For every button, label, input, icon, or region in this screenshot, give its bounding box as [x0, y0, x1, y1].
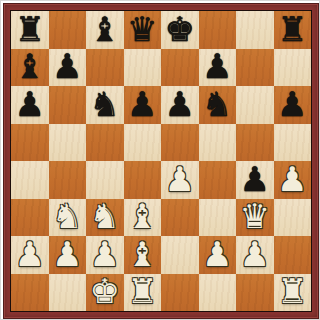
square-c6[interactable]: ♞: [86, 86, 124, 124]
square-d6[interactable]: ♟: [124, 86, 162, 124]
white-pawn-h4: ♟: [277, 162, 307, 196]
chess-diagram-image: ♜♝♛♚♜♝♟♟♟♞♟♟♞♟♟♟♟♞♞♝♛♟♟♟♝♟♟♚♜♜: [0, 0, 320, 320]
square-b1[interactable]: [49, 274, 87, 312]
square-f5[interactable]: [199, 124, 237, 162]
square-d5[interactable]: [124, 124, 162, 162]
square-d2[interactable]: ♝: [124, 236, 162, 274]
square-e2[interactable]: [161, 236, 199, 274]
square-g6[interactable]: [236, 86, 274, 124]
square-e8[interactable]: ♚: [161, 11, 199, 49]
white-pawn-b2: ♟: [52, 237, 82, 271]
square-b3[interactable]: ♞: [49, 199, 87, 237]
white-king-c1: ♚: [90, 274, 120, 308]
white-pawn-e4: ♟: [165, 162, 195, 196]
white-pawn-a2: ♟: [15, 237, 45, 271]
white-rook-d1: ♜: [127, 274, 157, 308]
square-c4[interactable]: [86, 161, 124, 199]
square-b5[interactable]: [49, 124, 87, 162]
square-e6[interactable]: ♟: [161, 86, 199, 124]
square-d7[interactable]: [124, 49, 162, 87]
square-b4[interactable]: [49, 161, 87, 199]
square-h6[interactable]: ♟: [274, 86, 312, 124]
square-b2[interactable]: ♟: [49, 236, 87, 274]
black-rook-a8: ♜: [15, 12, 45, 46]
white-queen-g3: ♛: [240, 199, 270, 233]
square-f3[interactable]: [199, 199, 237, 237]
square-c1[interactable]: ♚: [86, 274, 124, 312]
black-queen-d8: ♛: [127, 12, 157, 46]
black-bishop-c8: ♝: [90, 12, 120, 46]
black-king-e8: ♚: [165, 12, 195, 46]
black-pawn-h6: ♟: [277, 87, 307, 121]
square-f8[interactable]: [199, 11, 237, 49]
square-b7[interactable]: ♟: [49, 49, 87, 87]
square-e1[interactable]: [161, 274, 199, 312]
white-pawn-f2: ♟: [202, 237, 232, 271]
square-f7[interactable]: ♟: [199, 49, 237, 87]
black-pawn-d6: ♟: [127, 87, 157, 121]
square-h2[interactable]: [274, 236, 312, 274]
square-g5[interactable]: [236, 124, 274, 162]
square-h3[interactable]: [274, 199, 312, 237]
square-b6[interactable]: [49, 86, 87, 124]
square-h4[interactable]: ♟: [274, 161, 312, 199]
square-c3[interactable]: ♞: [86, 199, 124, 237]
square-a6[interactable]: ♟: [11, 86, 49, 124]
square-a2[interactable]: ♟: [11, 236, 49, 274]
square-h5[interactable]: [274, 124, 312, 162]
square-c5[interactable]: [86, 124, 124, 162]
square-c2[interactable]: ♟: [86, 236, 124, 274]
square-g7[interactable]: [236, 49, 274, 87]
square-a5[interactable]: [11, 124, 49, 162]
black-pawn-f7: ♟: [202, 49, 232, 83]
square-g2[interactable]: ♟: [236, 236, 274, 274]
white-pawn-g2: ♟: [240, 237, 270, 271]
square-f2[interactable]: ♟: [199, 236, 237, 274]
black-pawn-a6: ♟: [15, 87, 45, 121]
square-g1[interactable]: [236, 274, 274, 312]
black-knight-c6: ♞: [90, 87, 120, 121]
square-a8[interactable]: ♜: [11, 11, 49, 49]
square-f1[interactable]: [199, 274, 237, 312]
black-pawn-e6: ♟: [165, 87, 195, 121]
black-bishop-a7: ♝: [15, 49, 45, 83]
square-d1[interactable]: ♜: [124, 274, 162, 312]
square-a4[interactable]: [11, 161, 49, 199]
square-h7[interactable]: [274, 49, 312, 87]
white-bishop-d3: ♝: [127, 199, 157, 233]
black-rook-h8: ♜: [277, 12, 307, 46]
white-pawn-c2: ♟: [90, 237, 120, 271]
square-b8[interactable]: [49, 11, 87, 49]
square-a3[interactable]: [11, 199, 49, 237]
white-bishop-d2: ♝: [127, 237, 157, 271]
black-knight-f6: ♞: [202, 87, 232, 121]
square-a1[interactable]: [11, 274, 49, 312]
black-pawn-g4: ♟: [240, 162, 270, 196]
square-c8[interactable]: ♝: [86, 11, 124, 49]
square-f4[interactable]: [199, 161, 237, 199]
square-e7[interactable]: [161, 49, 199, 87]
square-f6[interactable]: ♞: [199, 86, 237, 124]
white-knight-b3: ♞: [52, 199, 82, 233]
square-g8[interactable]: [236, 11, 274, 49]
square-d8[interactable]: ♛: [124, 11, 162, 49]
square-e3[interactable]: [161, 199, 199, 237]
white-knight-c3: ♞: [90, 199, 120, 233]
black-pawn-b7: ♟: [52, 49, 82, 83]
square-c7[interactable]: [86, 49, 124, 87]
square-g4[interactable]: ♟: [236, 161, 274, 199]
square-h8[interactable]: ♜: [274, 11, 312, 49]
square-a7[interactable]: ♝: [11, 49, 49, 87]
square-h1[interactable]: ♜: [274, 274, 312, 312]
square-d3[interactable]: ♝: [124, 199, 162, 237]
square-d4[interactable]: [124, 161, 162, 199]
square-e5[interactable]: [161, 124, 199, 162]
white-rook-h1: ♜: [277, 274, 307, 308]
board-frame: ♜♝♛♚♜♝♟♟♟♞♟♟♞♟♟♟♟♞♞♝♛♟♟♟♝♟♟♚♜♜: [3, 3, 319, 319]
square-e4[interactable]: ♟: [161, 161, 199, 199]
chess-board: ♜♝♛♚♜♝♟♟♟♞♟♟♞♟♟♟♟♞♞♝♛♟♟♟♝♟♟♚♜♜: [10, 10, 312, 312]
square-g3[interactable]: ♛: [236, 199, 274, 237]
